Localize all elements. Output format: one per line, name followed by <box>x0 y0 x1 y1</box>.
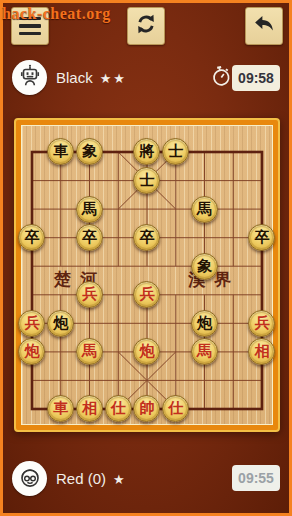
piece-red-soldier[interactable]: 兵 <box>248 310 275 337</box>
piece-red-elephant[interactable]: 相 <box>248 338 275 365</box>
piece-red-cannon[interactable]: 炮 <box>18 338 45 365</box>
refresh-icon <box>133 11 159 41</box>
black-avatar <box>12 60 47 95</box>
piece-black-horse[interactable]: 馬 <box>191 196 218 223</box>
piece-black-soldier[interactable]: 卒 <box>133 224 160 251</box>
piece-red-soldier[interactable]: 兵 <box>18 310 45 337</box>
piece-black-soldier[interactable]: 卒 <box>18 224 45 251</box>
stopwatch-icon <box>210 63 232 93</box>
red-avatar <box>12 461 47 496</box>
piece-red-advisor[interactable]: 仕 <box>105 395 132 422</box>
piece-red-elephant[interactable]: 相 <box>76 395 103 422</box>
watermark-text: hack-cheat.org <box>2 5 111 23</box>
piece-black-elephant[interactable]: 象 <box>191 253 218 280</box>
piece-black-horse[interactable]: 馬 <box>76 196 103 223</box>
piece-red-horse[interactable]: 馬 <box>191 338 218 365</box>
piece-black-chariot[interactable]: 車 <box>47 138 74 165</box>
piece-red-cannon[interactable]: 炮 <box>133 338 160 365</box>
piece-black-soldier[interactable]: 卒 <box>248 224 275 251</box>
piece-red-chariot[interactable]: 車 <box>47 395 74 422</box>
red-player-stars: ★ <box>113 472 127 487</box>
pieces-layer: 車象將士士馬馬卒卒卒卒象兵兵兵炮炮兵炮馬炮馬相車相仕帥仕 <box>18 138 277 424</box>
piece-black-elephant[interactable]: 象 <box>76 138 103 165</box>
piece-red-soldier[interactable]: 兵 <box>76 281 103 308</box>
xiangqi-board[interactable]: 楚河 漢界 車象將士士馬馬卒卒卒卒象兵兵兵炮炮兵炮馬炮馬相車相仕帥仕 <box>14 118 280 432</box>
piece-red-horse[interactable]: 馬 <box>76 338 103 365</box>
robot-icon <box>17 63 43 93</box>
piece-black-advisor[interactable]: 士 <box>133 167 160 194</box>
piece-black-soldier[interactable]: 卒 <box>76 224 103 251</box>
piece-red-general[interactable]: 帥 <box>133 395 160 422</box>
piece-red-advisor[interactable]: 仕 <box>162 395 189 422</box>
board-wood: 楚河 漢界 車象將士士馬馬卒卒卒卒象兵兵兵炮炮兵炮馬炮馬相車相仕帥仕 <box>21 125 273 425</box>
black-player-stars: ★★ <box>100 71 127 86</box>
app-screen: hack-cheat.org Black★★ 09:58 <box>0 0 292 516</box>
piece-black-advisor[interactable]: 士 <box>162 138 189 165</box>
black-player-label: Black★★ <box>56 60 127 95</box>
piece-red-soldier[interactable]: 兵 <box>133 281 160 308</box>
piece-black-general[interactable]: 將 <box>133 138 160 165</box>
undo-button[interactable] <box>245 7 283 45</box>
red-timer: 09:55 <box>232 465 280 491</box>
piece-black-cannon[interactable]: 炮 <box>191 310 218 337</box>
undo-arrow-icon <box>251 11 277 41</box>
boy-glasses-icon <box>17 464 43 494</box>
refresh-button[interactable] <box>127 7 165 45</box>
red-player-name: Red (0) <box>56 470 106 487</box>
red-player-label: Red (0)★ <box>56 461 127 496</box>
black-timer: 09:58 <box>232 65 280 91</box>
piece-black-cannon[interactable]: 炮 <box>47 310 74 337</box>
black-player-name: Black <box>56 69 93 86</box>
